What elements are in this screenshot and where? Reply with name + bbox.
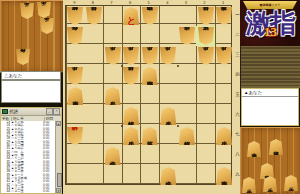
sente-captured-pieces-tray[interactable]: 金将銀将香車歩兵歩兵歩兵: [240, 127, 300, 194]
piece-金将-49[interactable]: 金将: [160, 167, 176, 185]
file-label: 9: [65, 0, 84, 5]
gote-comment-box: [1, 80, 61, 103]
hand-piece-金将[interactable]: 金将: [247, 141, 261, 157]
rank-label: 五: [234, 85, 241, 105]
star-point: [121, 65, 123, 67]
gote-captured-pieces-tray[interactable]: 歩兵歩兵歩兵角行: [0, 0, 64, 73]
piece-歩兵-94[interactable]: 歩兵: [67, 67, 83, 85]
shogi-board-panel: 銀将桂馬と飛車桂馬香車角行金将王将歩兵歩兵歩兵歩兵歩兵歩兵歩兵桂馬飛車香車歩兵銀…: [63, 0, 240, 194]
move-number: 44: [1, 190, 11, 193]
kifu-move-list[interactable]: 23▲６八銀0:0024△９四歩0:0025▲９六歩0:0026△６四歩0:00…: [1, 121, 57, 193]
rank-label: 六: [234, 105, 241, 125]
file-label: 5: [139, 0, 158, 5]
hand-piece-角行[interactable]: 角行: [16, 49, 30, 65]
file-label: 3: [177, 0, 196, 5]
piece-桂馬-81[interactable]: 桂馬: [86, 7, 102, 25]
piece-金将-32[interactable]: 金将: [179, 27, 195, 45]
piece-歩兵-53[interactable]: 歩兵: [142, 47, 158, 65]
kifu-window-title: 棋譜: [9, 109, 45, 114]
sente-player-label: ▲あなた: [242, 89, 298, 97]
close-button[interactable]: ×: [53, 108, 60, 115]
hand-piece-歩兵[interactable]: 歩兵: [284, 175, 298, 191]
piece-飛車-51[interactable]: 飛車: [142, 7, 158, 25]
file-label: 2: [195, 0, 214, 5]
gekisashi-app-window: 歩兵歩兵歩兵角行 △あなた 棋譜 _ × 手数 指し手 時間 23▲６八銀0:0…: [0, 0, 300, 194]
kifu-titlebar[interactable]: 棋譜 _ ×: [1, 108, 61, 116]
hand-piece-歩兵[interactable]: 歩兵: [20, 3, 34, 19]
star-point: [177, 65, 179, 67]
piece-桂馬-64[interactable]: 桂馬: [123, 67, 139, 85]
file-label: 1: [214, 0, 233, 5]
gekisashi-logo: 最強将棋ソフト 激指 13: [240, 0, 300, 46]
piece-歩兵-67[interactable]: 歩兵: [123, 127, 139, 145]
piece-歩兵-17[interactable]: 歩兵: [216, 127, 232, 145]
hand-piece-歩兵[interactable]: 歩兵: [263, 176, 277, 192]
scroll-up-arrow[interactable]: ▲: [56, 121, 61, 126]
piece-銀将-37[interactable]: 銀将: [179, 127, 195, 145]
hand-piece-歩兵[interactable]: 歩兵: [242, 177, 256, 193]
move-text: △２二玉: [11, 190, 43, 193]
piece-角行-92[interactable]: 角行: [67, 27, 83, 45]
piece-桂馬-21[interactable]: 桂馬: [198, 7, 214, 25]
file-label: 8: [84, 0, 103, 5]
minimize-button[interactable]: _: [46, 108, 53, 115]
piece-銀将-91[interactable]: 銀将: [67, 7, 83, 25]
piece-歩兵-13[interactable]: 歩兵: [216, 47, 232, 65]
shogi-board[interactable]: 銀将桂馬と飛車桂馬香車角行金将王将歩兵歩兵歩兵歩兵歩兵歩兵歩兵桂馬飛車香車歩兵銀…: [65, 5, 232, 185]
piece-歩兵-63[interactable]: 歩兵: [123, 47, 139, 65]
piece-飛車-54[interactable]: 飛車: [142, 67, 158, 85]
logo-version-number: 13: [264, 24, 277, 40]
star-point: [121, 125, 123, 127]
piece-歩兵-23[interactable]: 歩兵: [198, 47, 214, 65]
kifu-scrollbar[interactable]: ▲ ▼: [55, 121, 61, 193]
sente-info-panel: ▲あなた: [241, 88, 299, 126]
piece-成桂-97[interactable]: 成桂: [67, 127, 83, 145]
kifu-window-icon: [2, 109, 8, 115]
hand-piece-歩兵[interactable]: 歩兵: [40, 18, 54, 34]
piece-歩兵-46[interactable]: 歩兵: [160, 107, 176, 125]
file-label: 6: [121, 0, 140, 5]
hand-piece-歩兵[interactable]: 歩兵: [37, 2, 51, 18]
piece-香車-95[interactable]: 香車: [67, 87, 83, 105]
star-point: [177, 125, 179, 127]
piece-銀将-66[interactable]: 銀将: [123, 107, 139, 125]
piece-香車-19[interactable]: 香車: [216, 167, 232, 185]
file-label: 7: [102, 0, 121, 5]
piece-歩兵-75[interactable]: 歩兵: [105, 87, 121, 105]
gote-player-label: △あなた: [1, 71, 61, 80]
hand-piece-香車[interactable]: 香車: [260, 163, 274, 179]
piece-歩兵-43[interactable]: 歩兵: [160, 47, 176, 65]
piece-と-61[interactable]: と: [123, 7, 139, 25]
kifu-move-row[interactable]: 44△２二玉0:00: [1, 190, 57, 193]
piece-kanji: と: [127, 11, 136, 21]
piece-玉将-57[interactable]: 玉将: [142, 127, 158, 145]
scrollbar-thumb[interactable]: [57, 173, 63, 187]
piece-香車-11[interactable]: 香車: [216, 7, 232, 25]
tatami-background: [240, 46, 300, 88]
piece-金将-78[interactable]: 金将: [105, 147, 121, 165]
hand-piece-銀将[interactable]: 銀将: [269, 139, 283, 155]
scroll-down-arrow[interactable]: ▼: [56, 188, 61, 193]
piece-歩兵-73[interactable]: 歩兵: [105, 47, 121, 65]
file-label: 4: [158, 0, 177, 5]
kifu-window[interactable]: 棋譜 _ × 手数 指し手 時間 23▲６八銀0:0024△９四歩0:0025▲…: [0, 107, 62, 194]
